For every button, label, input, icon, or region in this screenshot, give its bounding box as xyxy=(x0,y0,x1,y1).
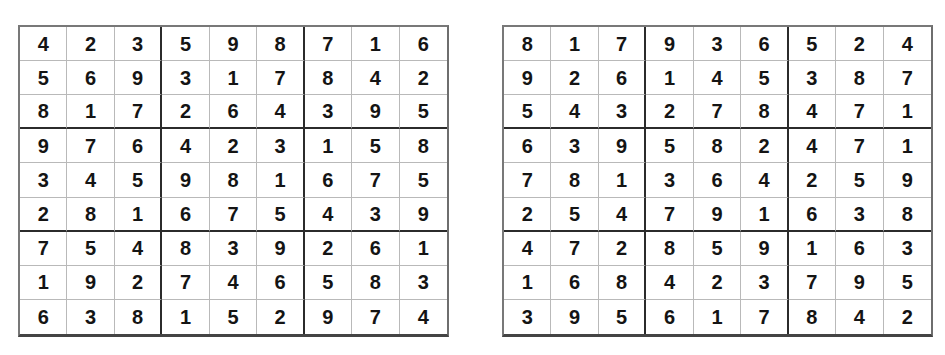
sudoku-cell-left-r1c8: 1 xyxy=(352,27,399,61)
sudoku-cell-left-r8c3: 2 xyxy=(115,266,162,300)
sudoku-cell-left-r3c8: 9 xyxy=(352,95,399,129)
sudoku-cell-left-r8c9: 3 xyxy=(400,266,447,300)
sudoku-cell-right-r7c9: 3 xyxy=(884,232,931,266)
sudoku-cell-right-r6c6: 1 xyxy=(741,198,788,232)
sudoku-cell-left-r4c9: 8 xyxy=(400,129,447,163)
sudoku-cell-right-r4c4: 5 xyxy=(646,129,693,163)
sudoku-cell-right-r6c2: 5 xyxy=(551,198,598,232)
sudoku-cell-right-r2c5: 4 xyxy=(694,61,741,95)
sudoku-cell-right-r9c5: 1 xyxy=(694,300,741,334)
sudoku-cell-right-r4c2: 3 xyxy=(551,129,598,163)
sudoku-cell-right-r4c9: 1 xyxy=(884,129,931,163)
sudoku-cell-right-r7c5: 5 xyxy=(694,232,741,266)
sudoku-cell-left-r1c1: 4 xyxy=(20,27,67,61)
sudoku-cell-right-r4c8: 7 xyxy=(836,129,883,163)
sudoku-cell-left-r2c4: 3 xyxy=(162,61,209,95)
sudoku-cell-right-r6c1: 2 xyxy=(504,198,551,232)
sudoku-cell-left-r7c4: 8 xyxy=(162,232,209,266)
sudoku-cell-right-r2c1: 9 xyxy=(504,61,551,95)
sudoku-cell-left-r4c3: 6 xyxy=(115,129,162,163)
sudoku-cell-left-r8c6: 6 xyxy=(257,266,304,300)
sudoku-cell-right-r4c5: 8 xyxy=(694,129,741,163)
sudoku-cell-right-r1c1: 8 xyxy=(504,27,551,61)
sudoku-cell-left-r2c7: 8 xyxy=(305,61,352,95)
sudoku-cell-left-r4c8: 5 xyxy=(352,129,399,163)
sudoku-cell-right-r2c8: 8 xyxy=(836,61,883,95)
sudoku-cell-right-r7c1: 4 xyxy=(504,232,551,266)
sudoku-cell-left-r2c6: 7 xyxy=(257,61,304,95)
sudoku-grid-right: 8179365249261453875432784716395824717813… xyxy=(502,25,933,337)
sudoku-cell-right-r1c8: 2 xyxy=(836,27,883,61)
sudoku-cell-right-r6c4: 7 xyxy=(646,198,693,232)
sudoku-cell-left-r7c1: 7 xyxy=(20,232,67,266)
sudoku-cell-right-r3c2: 4 xyxy=(551,95,598,129)
sudoku-cell-right-r3c9: 1 xyxy=(884,95,931,129)
sudoku-cell-right-r4c7: 4 xyxy=(789,129,836,163)
sudoku-cell-right-r7c3: 2 xyxy=(599,232,646,266)
sudoku-cell-right-r9c8: 4 xyxy=(836,300,883,334)
sudoku-cell-left-r6c3: 1 xyxy=(115,198,162,232)
sudoku-cell-left-r2c3: 9 xyxy=(115,61,162,95)
sudoku-cell-left-r6c7: 4 xyxy=(305,198,352,232)
sudoku-cell-left-r6c6: 5 xyxy=(257,198,304,232)
sudoku-cell-left-r6c1: 2 xyxy=(20,198,67,232)
sudoku-cell-right-r1c6: 6 xyxy=(741,27,788,61)
sudoku-cell-right-r5c9: 9 xyxy=(884,163,931,197)
sudoku-cell-left-r7c6: 9 xyxy=(257,232,304,266)
sudoku-cell-left-r7c9: 1 xyxy=(400,232,447,266)
sudoku-cell-left-r9c9: 4 xyxy=(400,300,447,334)
sudoku-cell-left-r1c9: 6 xyxy=(400,27,447,61)
sudoku-cell-right-r8c5: 2 xyxy=(694,266,741,300)
sudoku-cell-right-r5c6: 4 xyxy=(741,163,788,197)
sudoku-cell-left-r3c4: 2 xyxy=(162,95,209,129)
sudoku-cell-left-r6c4: 6 xyxy=(162,198,209,232)
sudoku-cell-left-r6c5: 7 xyxy=(210,198,257,232)
sudoku-cell-left-r6c9: 9 xyxy=(400,198,447,232)
sudoku-cell-right-r9c9: 2 xyxy=(884,300,931,334)
sudoku-cell-left-r2c9: 2 xyxy=(400,61,447,95)
sudoku-cell-right-r8c3: 8 xyxy=(599,266,646,300)
sudoku-cell-right-r8c6: 3 xyxy=(741,266,788,300)
sudoku-cell-right-r9c3: 5 xyxy=(599,300,646,334)
sudoku-cell-left-r1c6: 8 xyxy=(257,27,304,61)
sudoku-cell-left-r8c8: 8 xyxy=(352,266,399,300)
sudoku-cell-left-r9c1: 6 xyxy=(20,300,67,334)
sudoku-cell-right-r2c3: 6 xyxy=(599,61,646,95)
sudoku-cell-left-r5c8: 7 xyxy=(352,163,399,197)
sudoku-cell-right-r5c5: 6 xyxy=(694,163,741,197)
sudoku-cell-left-r1c7: 7 xyxy=(305,27,352,61)
sudoku-cell-right-r2c2: 2 xyxy=(551,61,598,95)
sudoku-cell-left-r8c5: 4 xyxy=(210,266,257,300)
sudoku-cell-left-r1c2: 2 xyxy=(67,27,114,61)
sudoku-cell-right-r3c1: 5 xyxy=(504,95,551,129)
sudoku-cell-right-r8c4: 4 xyxy=(646,266,693,300)
sudoku-cell-right-r2c9: 7 xyxy=(884,61,931,95)
sudoku-cell-right-r6c8: 3 xyxy=(836,198,883,232)
sudoku-cell-left-r4c4: 4 xyxy=(162,129,209,163)
sudoku-cell-right-r3c6: 8 xyxy=(741,95,788,129)
sudoku-cell-left-r1c3: 3 xyxy=(115,27,162,61)
sudoku-cell-left-r9c7: 9 xyxy=(305,300,352,334)
sudoku-cell-right-r8c1: 1 xyxy=(504,266,551,300)
sudoku-cell-left-r5c4: 9 xyxy=(162,163,209,197)
sudoku-cell-left-r9c4: 1 xyxy=(162,300,209,334)
sudoku-cell-left-r4c2: 7 xyxy=(67,129,114,163)
sudoku-cell-left-r4c7: 1 xyxy=(305,129,352,163)
sudoku-cell-left-r3c3: 7 xyxy=(115,95,162,129)
sudoku-cell-right-r9c7: 8 xyxy=(789,300,836,334)
sudoku-cell-right-r1c5: 3 xyxy=(694,27,741,61)
sudoku-cell-right-r7c2: 7 xyxy=(551,232,598,266)
sudoku-cell-left-r1c5: 9 xyxy=(210,27,257,61)
sudoku-cell-right-r7c7: 1 xyxy=(789,232,836,266)
sudoku-cell-right-r3c4: 2 xyxy=(646,95,693,129)
sudoku-grid-left: 4235987165693178428172643959764231583459… xyxy=(18,25,449,337)
sudoku-cell-right-r9c4: 6 xyxy=(646,300,693,334)
sudoku-cell-left-r5c9: 5 xyxy=(400,163,447,197)
sudoku-cell-right-r1c7: 5 xyxy=(789,27,836,61)
sudoku-cell-right-r7c8: 6 xyxy=(836,232,883,266)
sudoku-cell-left-r7c7: 2 xyxy=(305,232,352,266)
sudoku-cell-left-r5c7: 6 xyxy=(305,163,352,197)
sudoku-cell-right-r2c4: 1 xyxy=(646,61,693,95)
sudoku-cell-right-r5c4: 3 xyxy=(646,163,693,197)
sudoku-cell-right-r2c7: 3 xyxy=(789,61,836,95)
sudoku-cell-left-r9c2: 3 xyxy=(67,300,114,334)
sudoku-cell-right-r8c9: 5 xyxy=(884,266,931,300)
sudoku-cell-right-r3c5: 7 xyxy=(694,95,741,129)
sudoku-cell-left-r5c5: 8 xyxy=(210,163,257,197)
sudoku-cell-left-r3c1: 8 xyxy=(20,95,67,129)
sudoku-cell-right-r7c4: 8 xyxy=(646,232,693,266)
sudoku-cell-left-r4c6: 3 xyxy=(257,129,304,163)
sudoku-cell-right-r9c1: 3 xyxy=(504,300,551,334)
sudoku-cell-left-r8c1: 1 xyxy=(20,266,67,300)
sudoku-cell-left-r3c2: 1 xyxy=(67,95,114,129)
sudoku-cell-right-r9c2: 9 xyxy=(551,300,598,334)
sudoku-cell-right-r3c7: 4 xyxy=(789,95,836,129)
sudoku-cell-left-r8c4: 7 xyxy=(162,266,209,300)
sudoku-cell-left-r7c5: 3 xyxy=(210,232,257,266)
sudoku-cell-left-r5c3: 5 xyxy=(115,163,162,197)
sudoku-cell-left-r2c2: 6 xyxy=(67,61,114,95)
sudoku-cell-left-r3c6: 4 xyxy=(257,95,304,129)
sudoku-cell-left-r6c8: 3 xyxy=(352,198,399,232)
sudoku-cell-right-r6c7: 6 xyxy=(789,198,836,232)
sudoku-cell-right-r3c8: 7 xyxy=(836,95,883,129)
sudoku-cell-left-r7c8: 6 xyxy=(352,232,399,266)
sudoku-cell-left-r9c3: 8 xyxy=(115,300,162,334)
sudoku-cell-right-r5c7: 2 xyxy=(789,163,836,197)
sudoku-cell-right-r4c6: 2 xyxy=(741,129,788,163)
sudoku-cell-right-r6c3: 4 xyxy=(599,198,646,232)
sudoku-cell-right-r8c8: 9 xyxy=(836,266,883,300)
sudoku-cell-right-r5c1: 7 xyxy=(504,163,551,197)
sudoku-cell-left-r4c5: 2 xyxy=(210,129,257,163)
sudoku-cell-left-r7c3: 4 xyxy=(115,232,162,266)
sudoku-cell-left-r2c8: 4 xyxy=(352,61,399,95)
sudoku-cell-left-r2c5: 1 xyxy=(210,61,257,95)
sudoku-cell-right-r7c6: 9 xyxy=(741,232,788,266)
sudoku-cell-left-r8c7: 5 xyxy=(305,266,352,300)
sudoku-cell-right-r1c3: 7 xyxy=(599,27,646,61)
sudoku-cell-right-r6c9: 8 xyxy=(884,198,931,232)
sudoku-cell-left-r3c5: 6 xyxy=(210,95,257,129)
sudoku-cell-left-r9c8: 7 xyxy=(352,300,399,334)
sudoku-cell-left-r9c6: 2 xyxy=(257,300,304,334)
sudoku-cell-left-r3c7: 3 xyxy=(305,95,352,129)
sudoku-cell-right-r2c6: 5 xyxy=(741,61,788,95)
sudoku-cell-left-r2c1: 5 xyxy=(20,61,67,95)
sudoku-cell-left-r3c9: 5 xyxy=(400,95,447,129)
sudoku-cell-left-r9c5: 5 xyxy=(210,300,257,334)
sudoku-cell-left-r4c1: 9 xyxy=(20,129,67,163)
sudoku-cell-right-r3c3: 3 xyxy=(599,95,646,129)
sudoku-cell-left-r6c2: 8 xyxy=(67,198,114,232)
sudoku-cell-right-r1c4: 9 xyxy=(646,27,693,61)
sudoku-cell-right-r5c3: 1 xyxy=(599,163,646,197)
sudoku-cell-right-r4c1: 6 xyxy=(504,129,551,163)
sudoku-cell-left-r7c2: 5 xyxy=(67,232,114,266)
sudoku-cell-right-r8c7: 7 xyxy=(789,266,836,300)
sudoku-cell-right-r5c2: 8 xyxy=(551,163,598,197)
sudoku-cell-right-r5c8: 5 xyxy=(836,163,883,197)
sudoku-cell-right-r6c5: 9 xyxy=(694,198,741,232)
sudoku-cell-right-r4c3: 9 xyxy=(599,129,646,163)
sudoku-cell-right-r8c2: 6 xyxy=(551,266,598,300)
sudoku-cell-right-r1c2: 1 xyxy=(551,27,598,61)
sudoku-cell-left-r5c1: 3 xyxy=(20,163,67,197)
sudoku-cell-right-r1c9: 4 xyxy=(884,27,931,61)
sudoku-cell-left-r5c6: 1 xyxy=(257,163,304,197)
sudoku-cell-left-r8c2: 9 xyxy=(67,266,114,300)
sudoku-cell-left-r5c2: 4 xyxy=(67,163,114,197)
sudoku-worksheet: 4235987165693178428172643959764231583459… xyxy=(0,0,945,355)
sudoku-cell-right-r9c6: 7 xyxy=(741,300,788,334)
sudoku-cell-left-r1c4: 5 xyxy=(162,27,209,61)
